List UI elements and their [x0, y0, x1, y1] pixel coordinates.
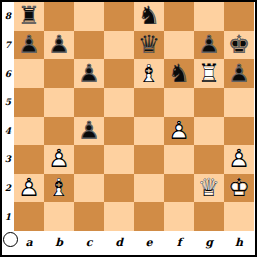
square-b2[interactable]: ♝♗ — [44, 174, 74, 203]
piece-outline-glyph: ♙ — [14, 32, 44, 57]
piece-outline-glyph: ♘ — [164, 60, 194, 85]
piece-outline-glyph: ♗ — [134, 60, 164, 85]
piece-outline-glyph: ♙ — [224, 146, 254, 171]
piece-outline-glyph: ♙ — [44, 146, 74, 171]
white-bishop[interactable]: ♝♗ — [134, 59, 164, 88]
square-f5[interactable] — [164, 88, 194, 117]
square-g7[interactable]: ♟♙ — [194, 31, 224, 60]
black-pawn[interactable]: ♟♙ — [14, 31, 44, 60]
square-b3[interactable]: ♟♙ — [44, 145, 74, 174]
square-c8[interactable] — [74, 2, 104, 31]
white-king[interactable]: ♚♔ — [224, 174, 254, 203]
square-g1[interactable] — [194, 202, 224, 231]
white-pawn[interactable]: ♟♙ — [164, 117, 194, 146]
square-b5[interactable] — [44, 88, 74, 117]
piece-fill-glyph: ♟ — [14, 175, 44, 200]
rank-label-7: 7 — [2, 31, 14, 60]
piece-fill-glyph: ♜ — [194, 60, 224, 85]
piece-fill-glyph: ♞ — [134, 3, 164, 28]
square-f8[interactable] — [164, 2, 194, 31]
piece-fill-glyph: ♚ — [224, 32, 254, 57]
square-d6[interactable] — [104, 59, 134, 88]
black-pawn[interactable]: ♟♙ — [224, 59, 254, 88]
square-h2[interactable]: ♚♔ — [224, 174, 254, 203]
piece-outline-glyph: ♔ — [224, 175, 254, 200]
square-e5[interactable] — [134, 88, 164, 117]
square-h5[interactable] — [224, 88, 254, 117]
square-b6[interactable] — [44, 59, 74, 88]
piece-fill-glyph: ♛ — [194, 175, 224, 200]
rank-label-4: 4 — [2, 117, 14, 146]
square-g8[interactable] — [194, 2, 224, 31]
file-label-f: f — [164, 231, 194, 253]
square-h8[interactable] — [224, 2, 254, 31]
white-rook[interactable]: ♜♖ — [194, 59, 224, 88]
square-b7[interactable]: ♟♙ — [44, 31, 74, 60]
piece-outline-glyph: ♙ — [164, 118, 194, 143]
piece-outline-glyph: ♔ — [224, 32, 254, 57]
piece-outline-glyph: ♖ — [14, 3, 44, 28]
rank-labels: 87654321 — [2, 2, 14, 231]
file-label-c: c — [74, 231, 104, 253]
white-queen[interactable]: ♛♕ — [194, 174, 224, 203]
square-f6[interactable]: ♞♘ — [164, 59, 194, 88]
piece-outline-glyph: ♙ — [74, 60, 104, 85]
square-a4[interactable] — [14, 117, 44, 146]
piece-fill-glyph: ♟ — [74, 118, 104, 143]
square-c6[interactable]: ♟♙ — [74, 59, 104, 88]
piece-fill-glyph: ♟ — [194, 32, 224, 57]
square-d4[interactable] — [104, 117, 134, 146]
square-d3[interactable] — [104, 145, 134, 174]
file-label-h: h — [224, 231, 254, 253]
white-to-move-indicator — [3, 232, 18, 247]
square-c7[interactable] — [74, 31, 104, 60]
file-label-b: b — [44, 231, 74, 253]
piece-outline-glyph: ♕ — [134, 32, 164, 57]
square-f3[interactable] — [164, 145, 194, 174]
square-a7[interactable]: ♟♙ — [14, 31, 44, 60]
piece-fill-glyph: ♝ — [134, 60, 164, 85]
square-g6[interactable]: ♜♖ — [194, 59, 224, 88]
black-king[interactable]: ♚♔ — [224, 31, 254, 60]
white-pawn[interactable]: ♟♙ — [14, 174, 44, 203]
square-c3[interactable] — [74, 145, 104, 174]
square-b1[interactable] — [44, 202, 74, 231]
file-label-g: g — [194, 231, 224, 253]
square-g2[interactable]: ♛♕ — [194, 174, 224, 203]
piece-outline-glyph: ♙ — [194, 32, 224, 57]
square-g5[interactable] — [194, 88, 224, 117]
piece-outline-glyph: ♕ — [194, 175, 224, 200]
chess-board[interactable]: ♜♖♞♘♟♙♟♙♛♕♟♙♚♔♟♙♝♗♞♘♜♖♟♙♟♙♟♙♟♙♟♙♟♙♝♗♛♕♚♔ — [14, 2, 254, 231]
square-f7[interactable] — [164, 31, 194, 60]
black-queen[interactable]: ♛♕ — [134, 31, 164, 60]
square-c2[interactable] — [74, 174, 104, 203]
square-d7[interactable] — [104, 31, 134, 60]
rank-label-1: 1 — [2, 202, 14, 231]
piece-outline-glyph: ♙ — [224, 60, 254, 85]
square-e4[interactable] — [134, 117, 164, 146]
white-bishop[interactable]: ♝♗ — [44, 174, 74, 203]
black-pawn[interactable]: ♟♙ — [74, 59, 104, 88]
square-a3[interactable] — [14, 145, 44, 174]
file-labels: abcdefgh — [14, 231, 254, 253]
square-h3[interactable]: ♟♙ — [224, 145, 254, 174]
rank-label-8: 8 — [2, 2, 14, 31]
piece-fill-glyph: ♞ — [164, 60, 194, 85]
piece-fill-glyph: ♟ — [74, 60, 104, 85]
square-h6[interactable]: ♟♙ — [224, 59, 254, 88]
square-e7[interactable]: ♛♕ — [134, 31, 164, 60]
black-knight[interactable]: ♞♘ — [164, 59, 194, 88]
square-e2[interactable] — [134, 174, 164, 203]
piece-fill-glyph: ♟ — [44, 146, 74, 171]
piece-fill-glyph: ♚ — [224, 175, 254, 200]
chess-diagram: 87654321 ♜♖♞♘♟♙♟♙♛♕♟♙♚♔♟♙♝♗♞♘♜♖♟♙♟♙♟♙♟♙♟… — [0, 0, 257, 257]
black-rook[interactable]: ♜♖ — [14, 2, 44, 31]
square-f4[interactable]: ♟♙ — [164, 117, 194, 146]
black-pawn[interactable]: ♟♙ — [74, 117, 104, 146]
square-a1[interactable] — [14, 202, 44, 231]
square-a8[interactable]: ♜♖ — [14, 2, 44, 31]
black-pawn[interactable]: ♟♙ — [194, 31, 224, 60]
piece-fill-glyph: ♟ — [164, 118, 194, 143]
piece-fill-glyph: ♜ — [14, 3, 44, 28]
square-d2[interactable] — [104, 174, 134, 203]
square-h4[interactable] — [224, 117, 254, 146]
square-b4[interactable] — [44, 117, 74, 146]
square-d1[interactable] — [104, 202, 134, 231]
piece-outline-glyph: ♙ — [44, 32, 74, 57]
white-pawn[interactable]: ♟♙ — [44, 145, 74, 174]
white-pawn[interactable]: ♟♙ — [224, 145, 254, 174]
square-c1[interactable] — [74, 202, 104, 231]
piece-outline-glyph: ♖ — [194, 60, 224, 85]
piece-fill-glyph: ♟ — [224, 146, 254, 171]
square-a5[interactable] — [14, 88, 44, 117]
piece-outline-glyph: ♙ — [14, 175, 44, 200]
square-c4[interactable]: ♟♙ — [74, 117, 104, 146]
square-a2[interactable]: ♟♙ — [14, 174, 44, 203]
square-b8[interactable] — [44, 2, 74, 31]
black-pawn[interactable]: ♟♙ — [44, 31, 74, 60]
square-g3[interactable] — [194, 145, 224, 174]
square-e8[interactable]: ♞♘ — [134, 2, 164, 31]
square-e3[interactable] — [134, 145, 164, 174]
piece-fill-glyph: ♟ — [224, 60, 254, 85]
file-label-e: e — [134, 231, 164, 253]
square-h7[interactable]: ♚♔ — [224, 31, 254, 60]
square-e6[interactable]: ♝♗ — [134, 59, 164, 88]
square-f2[interactable] — [164, 174, 194, 203]
square-a6[interactable] — [14, 59, 44, 88]
rank-label-5: 5 — [2, 88, 14, 117]
piece-fill-glyph: ♟ — [44, 32, 74, 57]
file-label-a: a — [14, 231, 44, 253]
piece-fill-glyph: ♛ — [134, 32, 164, 57]
piece-outline-glyph: ♗ — [44, 175, 74, 200]
piece-outline-glyph: ♙ — [74, 118, 104, 143]
square-c5[interactable] — [74, 88, 104, 117]
rank-label-3: 3 — [2, 145, 14, 174]
piece-outline-glyph: ♘ — [134, 3, 164, 28]
square-d8[interactable] — [104, 2, 134, 31]
piece-fill-glyph: ♝ — [44, 175, 74, 200]
square-f1[interactable] — [164, 202, 194, 231]
square-d5[interactable] — [104, 88, 134, 117]
square-g4[interactable] — [194, 117, 224, 146]
square-e1[interactable] — [134, 202, 164, 231]
square-h1[interactable] — [224, 202, 254, 231]
black-knight[interactable]: ♞♘ — [134, 2, 164, 31]
file-label-d: d — [104, 231, 134, 253]
rank-label-2: 2 — [2, 174, 14, 203]
rank-label-6: 6 — [2, 59, 14, 88]
piece-fill-glyph: ♟ — [14, 32, 44, 57]
